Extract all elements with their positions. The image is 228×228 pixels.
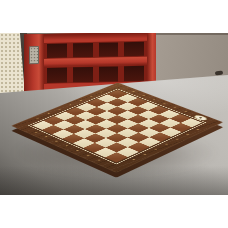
window-pane [47, 67, 67, 82]
notation-dot [47, 113, 50, 114]
notation-dot [36, 118, 39, 119]
notation-dot [79, 100, 82, 101]
window-pane [124, 66, 144, 81]
notation-dot [132, 159, 136, 161]
white-matte-top [0, 0, 228, 33]
notation-dot [65, 145, 69, 147]
notation-dot [163, 103, 166, 104]
notation-dot [152, 99, 155, 100]
booth-window-row [44, 65, 147, 84]
notation-dot [100, 92, 103, 93]
notation-dot [165, 143, 169, 145]
notation-dot [69, 104, 72, 105]
maker-logo-glyph: ♞ [198, 116, 205, 119]
notation-dot [142, 95, 145, 96]
notation-dot [58, 109, 61, 110]
notation-dot [154, 149, 158, 151]
notation-dot [90, 96, 93, 97]
notation-dot [76, 150, 80, 152]
photo-area: ♞ [0, 33, 228, 195]
window-pane [73, 67, 93, 82]
notation-dot [86, 155, 90, 157]
notation-dot [196, 129, 199, 130]
hinge [29, 46, 39, 64]
notation-dot [186, 134, 189, 135]
notation-dot [44, 136, 47, 137]
notation-dot [132, 91, 135, 92]
window-pane [73, 43, 93, 57]
notation-dot [184, 111, 187, 112]
wall-mark [215, 70, 223, 75]
booth-left-column [24, 34, 44, 94]
window-pane [99, 66, 119, 81]
white-matte-bottom [0, 195, 228, 228]
window-pane [124, 42, 144, 56]
product-photo: ♞ [0, 0, 228, 228]
notation-dot [173, 107, 176, 108]
window-pane [99, 42, 119, 56]
notation-dot [55, 141, 58, 143]
notation-dot [97, 159, 101, 161]
window-pane [47, 43, 67, 57]
notation-dot [175, 139, 178, 141]
notation-dot [143, 154, 147, 156]
notation-dot [34, 132, 37, 133]
